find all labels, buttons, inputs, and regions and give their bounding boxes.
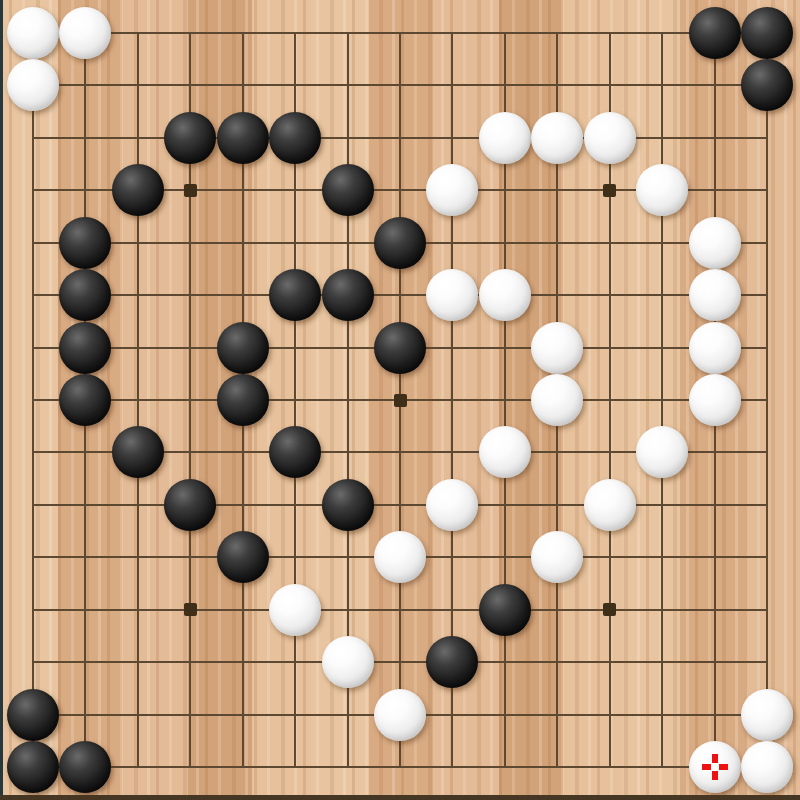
black-stone: [59, 741, 111, 793]
black-stone: [269, 269, 321, 321]
black-stone: [112, 426, 164, 478]
black-stone: [374, 322, 426, 374]
black-stone: [689, 7, 741, 59]
black-stone: [59, 374, 111, 426]
board-left-edge: [0, 0, 3, 800]
black-stone: [269, 426, 321, 478]
black-stone: [7, 689, 59, 741]
white-stone: [59, 7, 111, 59]
white-stone: [636, 164, 688, 216]
star-point: [394, 394, 407, 407]
black-stone: [217, 531, 269, 583]
black-stone: [741, 7, 793, 59]
grid-line-horizontal: [32, 609, 768, 611]
black-stone: [217, 374, 269, 426]
black-stone: [269, 112, 321, 164]
black-stone: [164, 479, 216, 531]
white-stone: [374, 531, 426, 583]
black-stone: [59, 269, 111, 321]
white-stone: [636, 426, 688, 478]
white-stone: [479, 112, 531, 164]
black-stone: [164, 112, 216, 164]
grid-line-horizontal: [32, 766, 768, 768]
white-stone: [426, 269, 478, 321]
white-stone: [689, 217, 741, 269]
black-stone: [59, 217, 111, 269]
black-stone: [479, 584, 531, 636]
white-stone: [479, 426, 531, 478]
grid-line-vertical: [766, 32, 768, 768]
white-stone: [374, 689, 426, 741]
black-stone: [7, 741, 59, 793]
white-stone: [531, 531, 583, 583]
white-stone: [426, 479, 478, 531]
white-stone: [531, 322, 583, 374]
black-stone: [322, 164, 374, 216]
white-stone: [689, 322, 741, 374]
white-stone: [689, 374, 741, 426]
go-app-window: [0, 0, 800, 800]
white-stone: [741, 689, 793, 741]
last-move-marker: [702, 754, 728, 780]
black-stone: [322, 479, 374, 531]
black-stone: [426, 636, 478, 688]
black-stone: [217, 112, 269, 164]
white-stone: [7, 59, 59, 111]
white-stone: [426, 164, 478, 216]
white-stone: [689, 269, 741, 321]
board-bottom-edge: [0, 795, 800, 800]
black-stone: [322, 269, 374, 321]
white-stone: [531, 112, 583, 164]
grid-line-horizontal: [32, 661, 768, 663]
white-stone: [584, 479, 636, 531]
black-stone: [217, 322, 269, 374]
go-board[interactable]: [0, 0, 800, 800]
black-stone: [374, 217, 426, 269]
black-stone: [741, 59, 793, 111]
white-stone: [269, 584, 321, 636]
white-stone: [584, 112, 636, 164]
star-point: [603, 603, 616, 616]
white-stone: [741, 741, 793, 793]
black-stone: [112, 164, 164, 216]
white-stone: [322, 636, 374, 688]
star-point: [603, 184, 616, 197]
grid-line-vertical: [661, 32, 663, 768]
star-point: [184, 603, 197, 616]
white-stone: [479, 269, 531, 321]
grid-line-horizontal: [32, 504, 768, 506]
star-point: [184, 184, 197, 197]
white-stone: [531, 374, 583, 426]
black-stone: [59, 322, 111, 374]
white-stone: [7, 7, 59, 59]
